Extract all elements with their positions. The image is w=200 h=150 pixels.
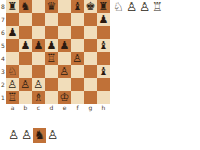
- square-h5[interactable]: ♝: [97, 39, 110, 52]
- square-h4[interactable]: [97, 52, 110, 65]
- square-e7[interactable]: [58, 13, 71, 26]
- square-a7[interactable]: [6, 13, 19, 26]
- black-queen: ♛: [47, 0, 57, 13]
- square-e1[interactable]: ♔: [58, 91, 71, 104]
- white-bishop: ♗: [34, 91, 44, 104]
- square-e8[interactable]: [58, 0, 71, 13]
- square-f5[interactable]: [71, 39, 84, 52]
- square-f3[interactable]: [71, 65, 84, 78]
- black-rook: ♜: [99, 0, 109, 13]
- captured-white-knight: ♘: [112, 0, 125, 15]
- captured-white-pawn: ♙: [46, 128, 59, 143]
- black-pawn: ♟: [60, 39, 70, 52]
- white-pawn: ♙: [8, 129, 19, 142]
- white-pawn: ♙: [8, 78, 18, 91]
- black-bishop: ♝: [99, 65, 109, 78]
- black-pawn: ♟: [47, 39, 57, 52]
- square-g4[interactable]: [84, 52, 97, 65]
- square-c5[interactable]: ♟: [32, 39, 45, 52]
- white-pawn: ♙: [139, 1, 150, 14]
- square-e6[interactable]: [58, 26, 71, 39]
- black-bishop: ♝: [99, 39, 109, 52]
- captured-white-pawn: ♙: [20, 128, 33, 143]
- square-a8[interactable]: ♜: [6, 0, 19, 13]
- square-a1[interactable]: ♖: [6, 91, 19, 104]
- white-knight: ♘: [8, 65, 18, 78]
- square-a2[interactable]: ♙: [6, 78, 19, 91]
- white-king: ♔: [60, 91, 70, 104]
- file-label-d: d: [45, 104, 58, 112]
- square-b3[interactable]: [19, 65, 32, 78]
- square-b1[interactable]: [19, 91, 32, 104]
- square-d4[interactable]: ♖: [45, 52, 58, 65]
- black-pawn: ♟: [21, 39, 31, 52]
- square-h1[interactable]: [97, 91, 110, 104]
- square-d2[interactable]: [45, 78, 58, 91]
- square-g8[interactable]: ♚: [84, 0, 97, 13]
- square-d8[interactable]: ♛: [45, 0, 58, 13]
- square-a5[interactable]: [6, 39, 19, 52]
- square-f8[interactable]: ♝: [71, 0, 84, 13]
- square-f2[interactable]: [71, 78, 84, 91]
- square-c7[interactable]: [32, 13, 45, 26]
- square-d6[interactable]: [45, 26, 58, 39]
- white-pawn: ♙: [21, 129, 32, 142]
- square-h6[interactable]: [97, 26, 110, 39]
- black-knight: ♞: [21, 0, 31, 13]
- square-c8[interactable]: [32, 0, 45, 13]
- captured-black-knight: ♞: [33, 128, 46, 143]
- white-pawn: ♙: [126, 1, 137, 14]
- file-label-f: f: [71, 104, 84, 112]
- square-c6[interactable]: [32, 26, 45, 39]
- square-g2[interactable]: [84, 78, 97, 91]
- square-b8[interactable]: ♞: [19, 0, 32, 13]
- square-c4[interactable]: [32, 52, 45, 65]
- black-pawn: ♟: [34, 39, 44, 52]
- square-e4[interactable]: [58, 52, 71, 65]
- square-e5[interactable]: ♟: [58, 39, 71, 52]
- captured-white-rook: ♖: [151, 0, 164, 15]
- file-label-g: g: [84, 104, 97, 112]
- square-g7[interactable]: [84, 13, 97, 26]
- square-d7[interactable]: [45, 13, 58, 26]
- square-b6[interactable]: [19, 26, 32, 39]
- white-rook: ♖: [47, 52, 57, 65]
- board-grid: 8♜♞♛♝♚♜7♟6♟5♟♟♟♟♝4♖♙3♘♙♝2♙♙♙1♖♗♔abcdefgh: [0, 0, 110, 112]
- square-g3[interactable]: [84, 65, 97, 78]
- file-label-b: b: [19, 104, 32, 112]
- square-a6[interactable]: ♟: [6, 26, 19, 39]
- square-g5[interactable]: [84, 39, 97, 52]
- square-d1[interactable]: [45, 91, 58, 104]
- square-f7[interactable]: [71, 13, 84, 26]
- chess-board: 8♜♞♛♝♚♜7♟6♟5♟♟♟♟♝4♖♙3♘♙♝2♙♙♙1♖♗♔abcdefgh: [0, 0, 110, 112]
- file-label-a: a: [6, 104, 19, 112]
- square-d3[interactable]: [45, 65, 58, 78]
- white-pawn: ♙: [73, 52, 83, 65]
- square-b2[interactable]: ♙: [19, 78, 32, 91]
- square-e2[interactable]: [58, 78, 71, 91]
- square-g1[interactable]: [84, 91, 97, 104]
- square-f1[interactable]: [71, 91, 84, 104]
- black-rook: ♜: [8, 0, 18, 13]
- file-label-e: e: [58, 104, 71, 112]
- white-pawn: ♙: [47, 129, 58, 142]
- white-rook: ♖: [8, 91, 18, 104]
- square-c2[interactable]: ♙: [32, 78, 45, 91]
- square-b5[interactable]: ♟: [19, 39, 32, 52]
- file-label-c: c: [32, 104, 45, 112]
- square-f6[interactable]: [71, 26, 84, 39]
- captured-white-pawn: ♙: [125, 0, 138, 15]
- chess-diagram-screen: 8♜♞♛♝♚♜7♟6♟5♟♟♟♟♝4♖♙3♘♙♝2♙♙♙1♖♗♔abcdefgh…: [0, 0, 200, 150]
- black-pawn: ♟: [99, 13, 109, 26]
- square-d5[interactable]: ♟: [45, 39, 58, 52]
- square-e3[interactable]: ♙: [58, 65, 71, 78]
- white-pawn: ♙: [34, 78, 44, 91]
- square-c1[interactable]: ♗: [32, 91, 45, 104]
- white-knight: ♘: [113, 1, 124, 14]
- black-knight: ♞: [34, 129, 45, 142]
- black-king: ♚: [86, 0, 96, 13]
- captured-pieces-tray-bottom: ♙♙♞♙: [7, 128, 59, 143]
- white-pawn: ♙: [21, 78, 31, 91]
- square-a3[interactable]: ♘: [6, 65, 19, 78]
- square-h2[interactable]: [97, 78, 110, 91]
- file-label-h: h: [97, 104, 110, 112]
- square-b4[interactable]: [19, 52, 32, 65]
- black-pawn: ♟: [8, 26, 18, 39]
- square-f4[interactable]: ♙: [71, 52, 84, 65]
- square-c3[interactable]: [32, 65, 45, 78]
- white-pawn: ♙: [60, 65, 70, 78]
- square-h8[interactable]: ♜: [97, 0, 110, 13]
- square-h3[interactable]: ♝: [97, 65, 110, 78]
- square-h7[interactable]: ♟: [97, 13, 110, 26]
- black-bishop: ♝: [73, 0, 83, 13]
- captured-white-pawn: ♙: [138, 0, 151, 15]
- white-rook: ♖: [152, 1, 163, 14]
- captured-pieces-tray-top: ♘♙♙♖: [112, 0, 164, 15]
- captured-white-pawn: ♙: [7, 128, 20, 143]
- square-g6[interactable]: [84, 26, 97, 39]
- square-b7[interactable]: [19, 13, 32, 26]
- square-a4[interactable]: [6, 52, 19, 65]
